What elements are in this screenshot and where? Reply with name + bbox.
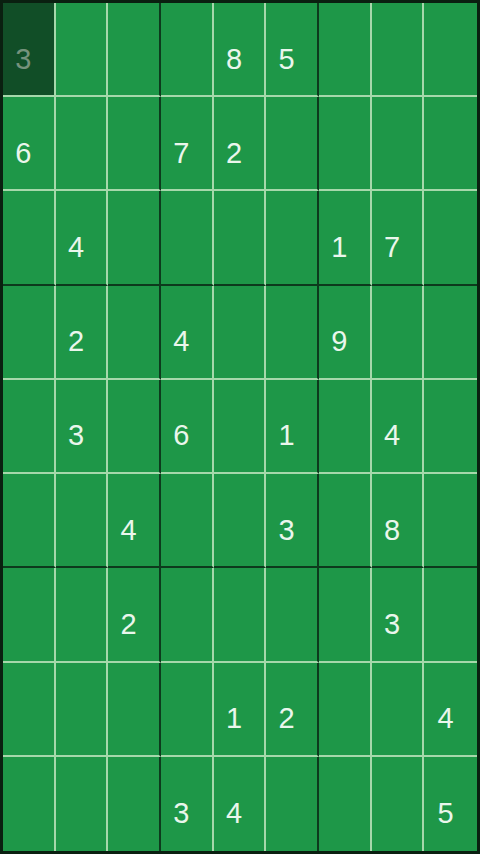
sudoku-cell-r4c8[interactable] xyxy=(372,286,425,380)
sudoku-cell-r2c9[interactable] xyxy=(424,97,477,191)
sudoku-cell-r4c3[interactable] xyxy=(108,286,161,380)
sudoku-cell-r6c4[interactable] xyxy=(161,474,214,568)
sudoku-cell-r2c2[interactable] xyxy=(56,97,109,191)
cell-digit: 3 xyxy=(384,610,400,639)
cell-digit: 3 xyxy=(279,516,295,545)
sudoku-cell-r4c7[interactable]: 9 xyxy=(319,286,372,380)
sudoku-cell-r5c8[interactable]: 4 xyxy=(372,380,425,474)
sudoku-cell-r9c2[interactable] xyxy=(56,757,109,851)
sudoku-cell-r4c9[interactable] xyxy=(424,286,477,380)
sudoku-cell-r5c4[interactable]: 6 xyxy=(161,380,214,474)
sudoku-cell-r7c4[interactable] xyxy=(161,568,214,662)
sudoku-cell-r8c8[interactable] xyxy=(372,663,425,757)
sudoku-cell-r7c6[interactable] xyxy=(266,568,319,662)
sudoku-cell-r6c1[interactable] xyxy=(3,474,56,568)
sudoku-cell-r2c7[interactable] xyxy=(319,97,372,191)
sudoku-cell-r1c2[interactable] xyxy=(56,3,109,97)
sudoku-cell-r2c3[interactable] xyxy=(108,97,161,191)
sudoku-cell-r2c8[interactable] xyxy=(372,97,425,191)
cell-digit: 2 xyxy=(121,610,137,639)
sudoku-cell-r2c6[interactable] xyxy=(266,97,319,191)
sudoku-cell-r7c7[interactable] xyxy=(319,568,372,662)
sudoku-cell-r6c7[interactable] xyxy=(319,474,372,568)
sudoku-cell-r6c8[interactable]: 8 xyxy=(372,474,425,568)
sudoku-cell-r9c7[interactable] xyxy=(319,757,372,851)
sudoku-cell-r8c3[interactable] xyxy=(108,663,161,757)
cell-digit: 1 xyxy=(226,704,242,733)
sudoku-cell-r5c5[interactable] xyxy=(214,380,267,474)
cell-digit: 8 xyxy=(384,516,400,545)
sudoku-cell-r7c9[interactable] xyxy=(424,568,477,662)
sudoku-cell-r8c9[interactable]: 4 xyxy=(424,663,477,757)
sudoku-cell-r4c2[interactable]: 2 xyxy=(56,286,109,380)
sudoku-cell-r3c7[interactable]: 1 xyxy=(319,191,372,285)
sudoku-cell-r6c9[interactable] xyxy=(424,474,477,568)
cell-digit: 2 xyxy=(226,139,242,168)
cell-digit: 1 xyxy=(279,421,295,450)
cell-digit: 4 xyxy=(438,704,454,733)
cell-digit: 5 xyxy=(438,799,454,828)
sudoku-cell-r3c6[interactable] xyxy=(266,191,319,285)
cell-digit: 3 xyxy=(15,45,31,74)
sudoku-cell-r9c9[interactable]: 5 xyxy=(424,757,477,851)
sudoku-cell-r8c2[interactable] xyxy=(56,663,109,757)
sudoku-cell-r3c1[interactable] xyxy=(3,191,56,285)
sudoku-cell-r7c5[interactable] xyxy=(214,568,267,662)
sudoku-cell-r1c1[interactable]: 3 xyxy=(3,3,56,97)
sudoku-cell-r9c5[interactable]: 4 xyxy=(214,757,267,851)
cell-digit: 2 xyxy=(68,327,84,356)
sudoku-cell-r3c5[interactable] xyxy=(214,191,267,285)
sudoku-cell-r1c6[interactable]: 5 xyxy=(266,3,319,97)
sudoku-cell-r4c1[interactable] xyxy=(3,286,56,380)
sudoku-cell-r7c1[interactable] xyxy=(3,568,56,662)
sudoku-cell-r3c3[interactable] xyxy=(108,191,161,285)
sudoku-cell-r1c9[interactable] xyxy=(424,3,477,97)
sudoku-cell-r2c4[interactable]: 7 xyxy=(161,97,214,191)
cell-digit: 6 xyxy=(173,421,189,450)
sudoku-cell-r9c1[interactable] xyxy=(3,757,56,851)
cell-digit: 7 xyxy=(173,139,189,168)
sudoku-cell-r4c4[interactable]: 4 xyxy=(161,286,214,380)
sudoku-cell-r5c2[interactable]: 3 xyxy=(56,380,109,474)
cell-digit: 4 xyxy=(384,421,400,450)
sudoku-cell-r7c2[interactable] xyxy=(56,568,109,662)
sudoku-cell-r6c3[interactable]: 4 xyxy=(108,474,161,568)
sudoku-cell-r5c1[interactable] xyxy=(3,380,56,474)
sudoku-cell-r9c4[interactable]: 3 xyxy=(161,757,214,851)
sudoku-cell-r7c3[interactable]: 2 xyxy=(108,568,161,662)
cell-digit: 9 xyxy=(331,327,347,356)
sudoku-board: 385672417249361443823124345 xyxy=(0,0,480,854)
cell-digit: 1 xyxy=(331,233,347,262)
cell-digit: 7 xyxy=(384,233,400,262)
sudoku-cell-r6c5[interactable] xyxy=(214,474,267,568)
sudoku-cell-r5c7[interactable] xyxy=(319,380,372,474)
sudoku-cell-r3c2[interactable]: 4 xyxy=(56,191,109,285)
sudoku-cell-r8c4[interactable] xyxy=(161,663,214,757)
sudoku-cell-r1c5[interactable]: 8 xyxy=(214,3,267,97)
sudoku-cell-r8c5[interactable]: 1 xyxy=(214,663,267,757)
sudoku-cell-r2c1[interactable]: 6 xyxy=(3,97,56,191)
sudoku-cell-r7c8[interactable]: 3 xyxy=(372,568,425,662)
sudoku-cell-r5c3[interactable] xyxy=(108,380,161,474)
sudoku-cell-r3c4[interactable] xyxy=(161,191,214,285)
sudoku-cell-r8c7[interactable] xyxy=(319,663,372,757)
sudoku-cell-r9c8[interactable] xyxy=(372,757,425,851)
sudoku-cell-r5c6[interactable]: 1 xyxy=(266,380,319,474)
cell-digit: 3 xyxy=(68,421,84,450)
sudoku-cell-r8c1[interactable] xyxy=(3,663,56,757)
cell-digit: 5 xyxy=(279,45,295,74)
sudoku-cell-r1c4[interactable] xyxy=(161,3,214,97)
cell-digit: 8 xyxy=(226,45,242,74)
cell-digit: 4 xyxy=(121,516,137,545)
cell-digit: 6 xyxy=(15,139,31,168)
sudoku-cell-r9c3[interactable] xyxy=(108,757,161,851)
sudoku-cell-r1c7[interactable] xyxy=(319,3,372,97)
sudoku-cell-r1c3[interactable] xyxy=(108,3,161,97)
sudoku-cell-r3c8[interactable]: 7 xyxy=(372,191,425,285)
sudoku-cell-r9c6[interactable] xyxy=(266,757,319,851)
sudoku-cell-r1c8[interactable] xyxy=(372,3,425,97)
sudoku-cell-r4c5[interactable] xyxy=(214,286,267,380)
sudoku-cell-r6c2[interactable] xyxy=(56,474,109,568)
sudoku-cell-r3c9[interactable] xyxy=(424,191,477,285)
cell-digit: 4 xyxy=(173,327,189,356)
sudoku-cell-r4c6[interactable] xyxy=(266,286,319,380)
cell-digit: 2 xyxy=(279,704,295,733)
cell-digit: 4 xyxy=(68,233,84,262)
sudoku-cell-r2c5[interactable]: 2 xyxy=(214,97,267,191)
sudoku-cell-r6c6[interactable]: 3 xyxy=(266,474,319,568)
cell-digit: 3 xyxy=(173,799,189,828)
sudoku-cell-r8c6[interactable]: 2 xyxy=(266,663,319,757)
sudoku-cell-r5c9[interactable] xyxy=(424,380,477,474)
cell-digit: 4 xyxy=(226,799,242,828)
